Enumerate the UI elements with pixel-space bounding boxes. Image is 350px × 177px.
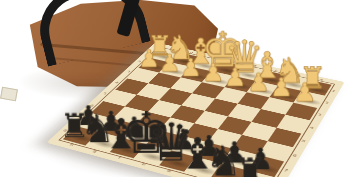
rank-label-left: 1 xyxy=(147,51,152,54)
file-label-near: d xyxy=(166,169,172,173)
file-label-far: d xyxy=(252,65,257,68)
rank-label-left: 2 xyxy=(137,60,142,63)
file-label-far: e xyxy=(231,60,236,63)
rank-label-left: 7 xyxy=(76,116,82,120)
file-label-near: f xyxy=(117,156,122,160)
rank-label-left: 3 xyxy=(126,71,131,74)
rank-label-left: 5 xyxy=(102,92,108,95)
file-label-near: h xyxy=(68,143,74,147)
square-f3 xyxy=(170,77,202,93)
rank-label-left: 4 xyxy=(114,81,119,84)
file-label-near: e xyxy=(141,162,147,166)
rank-label-left: 6 xyxy=(89,104,95,107)
file-label-far: h xyxy=(169,47,174,50)
rank-label-right: 5 xyxy=(301,140,306,144)
rank-label-left: 8 xyxy=(62,129,68,133)
file-label-near: c xyxy=(192,176,198,177)
file-label-far: c xyxy=(274,69,278,72)
file-label-far: f xyxy=(210,56,214,58)
file-label-far: g xyxy=(189,51,194,54)
file-label-far: a xyxy=(319,78,324,81)
rank-label-right: 3 xyxy=(317,113,322,116)
chess-set-photo-scene: ♜♞♝♚♛♝♞♜♟♟♟♟♟♟♟♟♟♟♟♟♟♟♟♟♜♞♝♚♛♝♞♜ hhggffe… xyxy=(0,0,350,177)
rank-label-right: 7 xyxy=(283,169,289,173)
file-label-far: b xyxy=(296,74,301,77)
rank-label-right: 6 xyxy=(292,154,298,158)
file-label-near: g xyxy=(92,149,98,153)
rank-label-right: 4 xyxy=(309,126,314,130)
piece-shadow xyxy=(212,170,247,177)
bag-tag xyxy=(0,87,18,102)
rank-label-right: 1 xyxy=(331,90,336,93)
rank-label-right: 2 xyxy=(324,101,329,104)
